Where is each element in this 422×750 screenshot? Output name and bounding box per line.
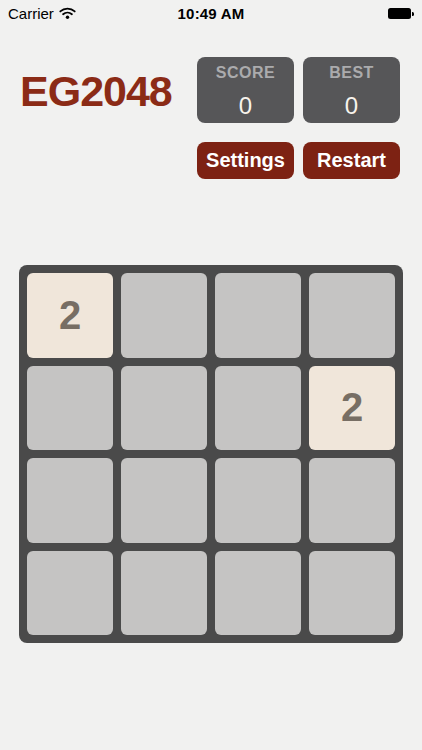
page-title: EG2048 <box>20 70 172 113</box>
empty-cell <box>121 551 207 636</box>
empty-cell <box>215 366 301 451</box>
empty-cell <box>309 551 395 636</box>
score-value: 0 <box>239 94 252 118</box>
board-grid[interactable]: 22 <box>19 265 403 643</box>
empty-cell <box>309 458 395 543</box>
tile-2: 2 <box>309 366 395 451</box>
battery-nub <box>412 12 414 16</box>
battery-body <box>388 8 411 19</box>
score-label: SCORE <box>216 64 275 82</box>
empty-cell <box>215 458 301 543</box>
best-value: 0 <box>345 94 358 118</box>
best-panel: BEST 0 <box>303 57 400 123</box>
empty-cell <box>121 366 207 451</box>
empty-cell <box>27 366 113 451</box>
restart-button[interactable]: Restart <box>303 142 400 179</box>
status-time: 10:49 AM <box>0 5 422 22</box>
best-label: BEST <box>329 64 374 82</box>
empty-cell <box>27 551 113 636</box>
status-bar: Carrier 10:49 AM <box>0 0 422 26</box>
tile-2: 2 <box>27 273 113 358</box>
battery-icon <box>388 8 414 19</box>
settings-button[interactable]: Settings <box>197 142 294 179</box>
empty-cell <box>309 273 395 358</box>
empty-cell <box>215 551 301 636</box>
empty-cell <box>121 273 207 358</box>
score-panel: SCORE 0 <box>197 57 294 123</box>
empty-cell <box>121 458 207 543</box>
empty-cell <box>27 458 113 543</box>
empty-cell <box>215 273 301 358</box>
